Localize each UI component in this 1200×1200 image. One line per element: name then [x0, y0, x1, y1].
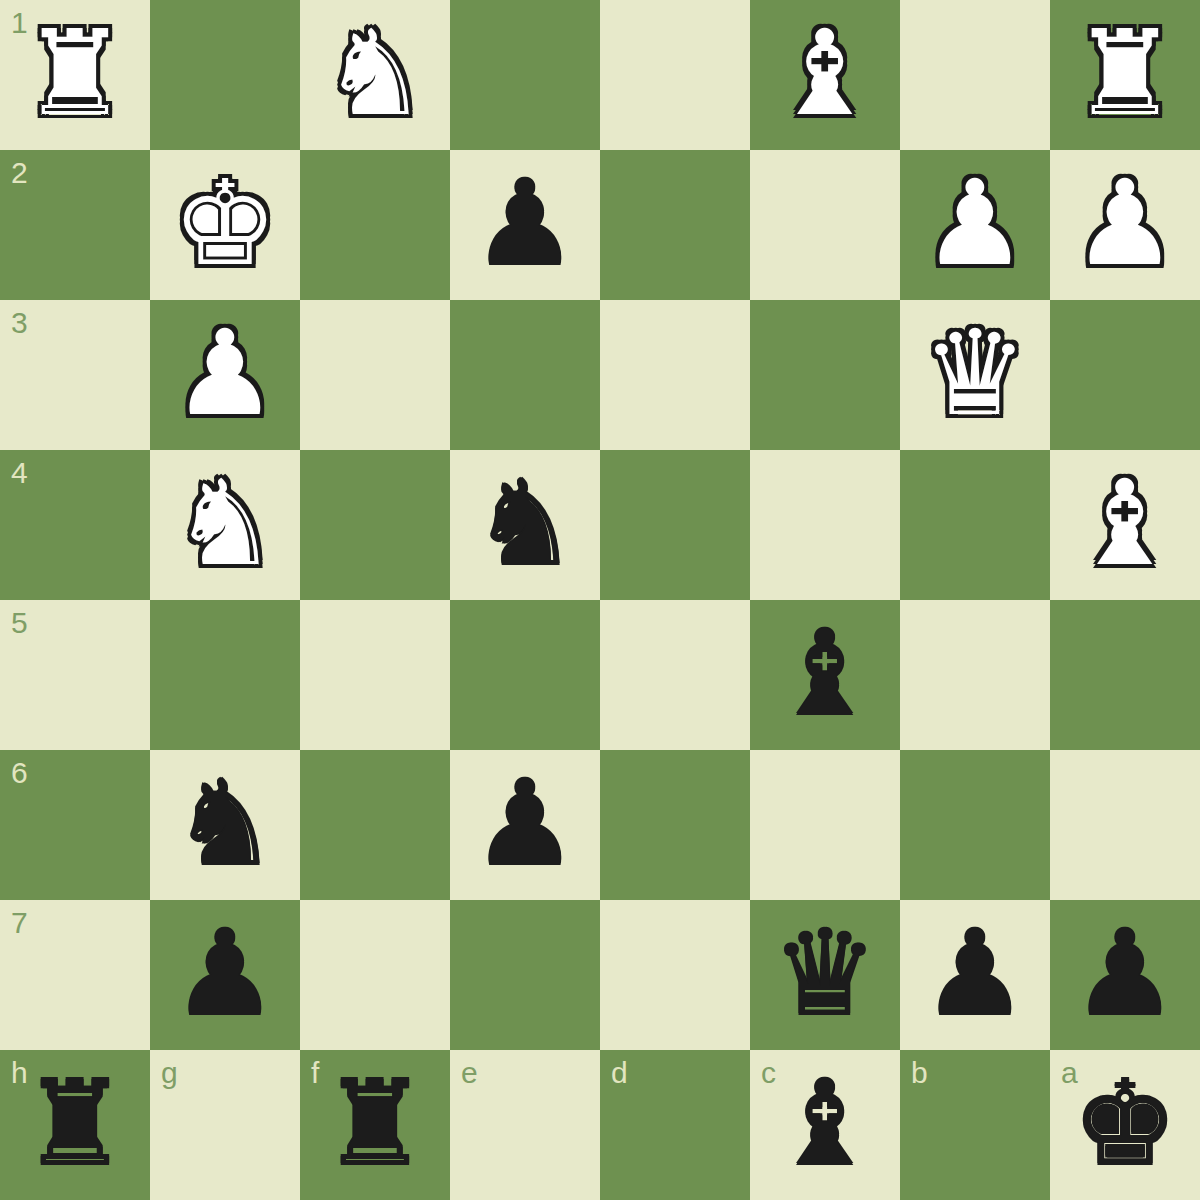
square-e3[interactable]: [450, 300, 600, 450]
square-e4[interactable]: ♞: [450, 450, 600, 600]
square-c2[interactable]: [750, 150, 900, 300]
square-b4[interactable]: [900, 450, 1050, 600]
square-e2[interactable]: ♟: [450, 150, 600, 300]
square-g7[interactable]: ♟: [150, 900, 300, 1050]
white-pawn-piece[interactable]: ♟: [172, 300, 278, 448]
white-rook-piece[interactable]: ♜: [1072, 0, 1178, 148]
square-a7[interactable]: ♟: [1050, 900, 1200, 1050]
black-queen-piece[interactable]: ♛: [772, 900, 878, 1048]
black-pawn-piece[interactable]: ♟: [1072, 900, 1178, 1048]
rank-label-1: 1: [11, 8, 28, 38]
square-h2[interactable]: 2: [0, 150, 150, 300]
square-b6[interactable]: [900, 750, 1050, 900]
black-pawn-piece[interactable]: ♟: [472, 750, 578, 898]
white-knight-piece[interactable]: ♞: [322, 0, 428, 148]
file-label-c: c: [761, 1058, 776, 1088]
square-h3[interactable]: 3: [0, 300, 150, 450]
white-pawn-piece[interactable]: ♟: [922, 150, 1028, 298]
black-pawn-piece[interactable]: ♟: [172, 900, 278, 1048]
square-g1[interactable]: [150, 0, 300, 150]
white-king-piece[interactable]: ♚: [172, 150, 278, 298]
file-label-f: f: [311, 1058, 319, 1088]
square-d5[interactable]: [600, 600, 750, 750]
white-bishop-piece[interactable]: ♝: [1072, 450, 1178, 598]
white-pawn-piece[interactable]: ♟: [1072, 150, 1178, 298]
square-a8[interactable]: ♚a: [1050, 1050, 1200, 1200]
square-b2[interactable]: ♟: [900, 150, 1050, 300]
black-king-piece[interactable]: ♚: [1072, 1050, 1178, 1198]
square-e8[interactable]: e: [450, 1050, 600, 1200]
square-e6[interactable]: ♟: [450, 750, 600, 900]
square-d1[interactable]: [600, 0, 750, 150]
square-g3[interactable]: ♟: [150, 300, 300, 450]
square-f2[interactable]: [300, 150, 450, 300]
square-d6[interactable]: [600, 750, 750, 900]
file-label-a: a: [1061, 1058, 1078, 1088]
chess-board: ♜1♞♝♜2♚♟♟♟3♟♛4♞♞♝5♝6♞♟7♟♛♟♟♜hg♜fed♝cb♚a: [0, 0, 1200, 1200]
rank-label-6: 6: [11, 758, 28, 788]
square-a3[interactable]: [1050, 300, 1200, 450]
square-b7[interactable]: ♟: [900, 900, 1050, 1050]
black-knight-piece[interactable]: ♞: [172, 750, 278, 898]
square-f7[interactable]: [300, 900, 450, 1050]
square-f8[interactable]: ♜f: [300, 1050, 450, 1200]
square-b8[interactable]: b: [900, 1050, 1050, 1200]
square-a5[interactable]: [1050, 600, 1200, 750]
black-pawn-piece[interactable]: ♟: [922, 900, 1028, 1048]
square-a2[interactable]: ♟: [1050, 150, 1200, 300]
square-g4[interactable]: ♞: [150, 450, 300, 600]
square-f3[interactable]: [300, 300, 450, 450]
square-g2[interactable]: ♚: [150, 150, 300, 300]
square-f4[interactable]: [300, 450, 450, 600]
file-label-b: b: [911, 1058, 928, 1088]
square-h5[interactable]: 5: [0, 600, 150, 750]
file-label-h: h: [11, 1058, 28, 1088]
square-c3[interactable]: [750, 300, 900, 450]
square-f1[interactable]: ♞: [300, 0, 450, 150]
square-c7[interactable]: ♛: [750, 900, 900, 1050]
black-knight-piece[interactable]: ♞: [472, 450, 578, 598]
square-c6[interactable]: [750, 750, 900, 900]
black-rook-piece[interactable]: ♜: [322, 1050, 428, 1198]
square-d7[interactable]: [600, 900, 750, 1050]
square-d4[interactable]: [600, 450, 750, 600]
white-rook-piece[interactable]: ♜: [22, 0, 128, 148]
rank-label-7: 7: [11, 908, 28, 938]
square-d3[interactable]: [600, 300, 750, 450]
square-h8[interactable]: ♜h: [0, 1050, 150, 1200]
square-f5[interactable]: [300, 600, 450, 750]
square-b1[interactable]: [900, 0, 1050, 150]
square-g5[interactable]: [150, 600, 300, 750]
square-f6[interactable]: [300, 750, 450, 900]
square-a6[interactable]: [1050, 750, 1200, 900]
file-label-e: e: [461, 1058, 478, 1088]
black-rook-piece[interactable]: ♜: [22, 1050, 128, 1198]
square-g6[interactable]: ♞: [150, 750, 300, 900]
square-c1[interactable]: ♝: [750, 0, 900, 150]
black-bishop-piece[interactable]: ♝: [772, 1050, 878, 1198]
rank-label-3: 3: [11, 308, 28, 338]
square-a4[interactable]: ♝: [1050, 450, 1200, 600]
square-c5[interactable]: ♝: [750, 600, 900, 750]
file-label-d: d: [611, 1058, 628, 1088]
square-e5[interactable]: [450, 600, 600, 750]
square-h6[interactable]: 6: [0, 750, 150, 900]
square-c4[interactable]: [750, 450, 900, 600]
white-bishop-piece[interactable]: ♝: [772, 0, 878, 148]
square-c8[interactable]: ♝c: [750, 1050, 900, 1200]
square-b3[interactable]: ♛: [900, 300, 1050, 450]
square-e1[interactable]: [450, 0, 600, 150]
square-a1[interactable]: ♜: [1050, 0, 1200, 150]
square-g8[interactable]: g: [150, 1050, 300, 1200]
rank-label-2: 2: [11, 158, 28, 188]
square-h4[interactable]: 4: [0, 450, 150, 600]
square-d8[interactable]: d: [600, 1050, 750, 1200]
square-e7[interactable]: [450, 900, 600, 1050]
square-h7[interactable]: 7: [0, 900, 150, 1050]
file-label-g: g: [161, 1058, 178, 1088]
white-queen-piece[interactable]: ♛: [922, 300, 1028, 448]
black-bishop-piece[interactable]: ♝: [772, 600, 878, 748]
square-h1[interactable]: ♜1: [0, 0, 150, 150]
rank-label-5: 5: [11, 608, 28, 638]
black-pawn-piece[interactable]: ♟: [472, 150, 578, 298]
square-b5[interactable]: [900, 600, 1050, 750]
square-d2[interactable]: [600, 150, 750, 300]
rank-label-4: 4: [11, 458, 28, 488]
white-knight-piece[interactable]: ♞: [172, 450, 278, 598]
